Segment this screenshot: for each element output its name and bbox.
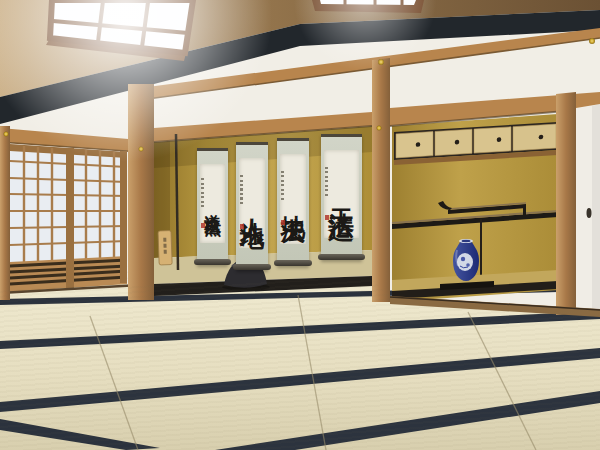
scroll-3-signature [281,171,284,201]
fusuma-handle [587,208,592,218]
scroll-2-signature [240,175,243,205]
scroll-1-signature [201,178,204,208]
left-frame-post [0,126,10,300]
alcove-divider-post [372,58,390,302]
hanging-scroll-2: 人法地 [236,142,268,270]
scroll-4-signature [325,167,328,197]
scroll-3-roller [274,260,312,266]
shoji-center-stile [66,148,74,289]
hanging-scroll-4: 天法道 [321,134,362,260]
shoji-screens [0,144,140,293]
right-frame-post [556,92,576,315]
scroll-4-calligraphy: 天法道 [329,188,355,200]
ceiling-light-2 [312,0,424,13]
cabinet-door-2 [435,129,472,155]
fusuma-door [576,104,600,313]
scroll-3-seal [281,220,285,225]
scroll-2-seal [240,224,244,229]
wooden-plaque [158,231,172,265]
scroll-2-stave [236,142,268,145]
scroll-2-calligraphy: 人法地 [240,199,264,208]
corner-post [128,84,154,300]
scroll-1-stave [197,148,228,151]
scroll-1-seal [201,223,205,228]
scroll-2-roller [233,264,271,270]
scroll-3-stave [277,138,309,141]
cabinet-door-1 [396,132,433,158]
scroll-4-roller [318,254,365,260]
cabinet-door-4 [513,124,556,151]
scroll-4-seal [325,215,329,220]
hanging-scroll-3: 地法天 [277,138,309,266]
scroll-1-roller [194,259,231,265]
scroll-4-paper: 天法道 [324,150,359,238]
hanging-scroll-1: 道法自然 [197,148,228,265]
scroll-4-stave [321,134,362,137]
scroll-3-calligraphy: 地法天 [281,195,305,204]
cabinet-door-3 [474,127,511,153]
scroll-1-calligraphy: 道法自然 [204,200,221,208]
photo-washitsu-room: 道法自然 人法地 地法天 天法道 [0,0,600,450]
